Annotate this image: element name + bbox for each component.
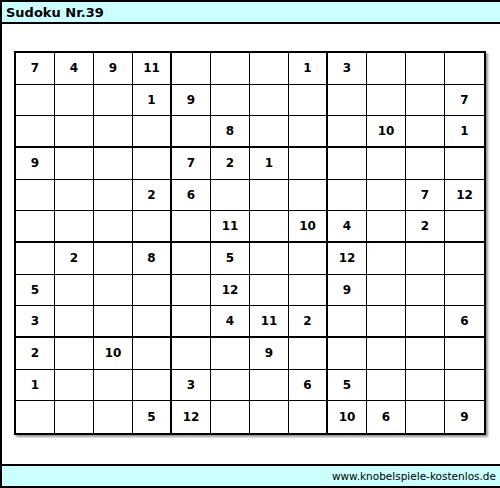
cell-r11c7[interactable]	[250, 370, 289, 402]
cell-r3c8[interactable]	[289, 116, 328, 148]
cell-r1c3[interactable]: 9	[94, 53, 133, 85]
cell-r3c11[interactable]	[406, 116, 445, 148]
cell-r2c5[interactable]: 9	[172, 85, 211, 117]
cell-r2c3[interactable]	[94, 85, 133, 117]
cell-r10c1[interactable]: 2	[16, 338, 55, 370]
cell-r4c2[interactable]	[55, 148, 94, 180]
cell-r7c8[interactable]	[289, 243, 328, 275]
cell-r11c1[interactable]: 1	[16, 370, 55, 402]
cell-r5c9[interactable]	[328, 180, 367, 212]
cell-r4c10[interactable]	[367, 148, 406, 180]
cell-r6c9[interactable]: 4	[328, 211, 367, 243]
cell-r2c1[interactable]	[16, 85, 55, 117]
cell-r5c5[interactable]: 6	[172, 180, 211, 212]
cell-r5c12[interactable]: 12	[445, 180, 484, 212]
cell-r3c3[interactable]	[94, 116, 133, 148]
cell-r5c3[interactable]	[94, 180, 133, 212]
footer-bar: www.knobelspiele-kostenlos.de	[0, 464, 500, 488]
cell-r12c12[interactable]: 9	[445, 401, 484, 433]
cell-r11c10[interactable]	[367, 370, 406, 402]
cell-r3c12[interactable]: 1	[445, 116, 484, 148]
cell-r8c7[interactable]	[250, 275, 289, 307]
cell-r6c12[interactable]	[445, 211, 484, 243]
cell-r9c8[interactable]: 2	[289, 306, 328, 338]
cell-r12c3[interactable]	[94, 401, 133, 433]
cell-r4c9[interactable]	[328, 148, 367, 180]
cell-r7c4[interactable]: 8	[133, 243, 172, 275]
cell-r6c5[interactable]	[172, 211, 211, 243]
cell-r7c3[interactable]	[94, 243, 133, 275]
cell-r8c12[interactable]	[445, 275, 484, 307]
cell-r10c5[interactable]	[172, 338, 211, 370]
cell-r6c2[interactable]	[55, 211, 94, 243]
cell-r11c4[interactable]	[133, 370, 172, 402]
cell-r4c3[interactable]	[94, 148, 133, 180]
cell-r4c5[interactable]: 7	[172, 148, 211, 180]
cell-r11c6[interactable]	[211, 370, 250, 402]
cell-r12c5[interactable]: 12	[172, 401, 211, 433]
cell-r6c8[interactable]: 10	[289, 211, 328, 243]
footer-url: www.knobelspiele-kostenlos.de	[332, 470, 496, 482]
cell-r8c9[interactable]: 9	[328, 275, 367, 307]
cell-r6c10[interactable]	[367, 211, 406, 243]
cell-r9c1[interactable]: 3	[16, 306, 55, 338]
cell-r4c4[interactable]	[133, 148, 172, 180]
cell-r2c12[interactable]: 7	[445, 85, 484, 117]
cell-r9c10[interactable]	[367, 306, 406, 338]
cell-r7c1[interactable]	[16, 243, 55, 275]
cell-r3c1[interactable]	[16, 116, 55, 148]
page-title: Sudoku Nr.39	[6, 5, 104, 20]
cell-r5c7[interactable]	[250, 180, 289, 212]
cell-r12c10[interactable]: 6	[367, 401, 406, 433]
cell-r8c1[interactable]: 5	[16, 275, 55, 307]
cell-r8c4[interactable]	[133, 275, 172, 307]
cell-r10c9[interactable]	[328, 338, 367, 370]
cell-r7c5[interactable]	[172, 243, 211, 275]
cell-r1c5[interactable]	[172, 53, 211, 85]
cell-r11c3[interactable]	[94, 370, 133, 402]
cell-r10c4[interactable]	[133, 338, 172, 370]
cell-r3c7[interactable]	[250, 116, 289, 148]
cell-r10c10[interactable]	[367, 338, 406, 370]
cell-r1c10[interactable]	[367, 53, 406, 85]
cell-r1c11[interactable]	[406, 53, 445, 85]
cell-r10c6[interactable]	[211, 338, 250, 370]
cell-r9c3[interactable]	[94, 306, 133, 338]
page: Sudoku Nr.39 749111319781019721267121110…	[0, 0, 500, 488]
cell-r1c9[interactable]: 3	[328, 53, 367, 85]
cell-r12c1[interactable]	[16, 401, 55, 433]
cell-r12c11[interactable]	[406, 401, 445, 433]
cell-r10c12[interactable]	[445, 338, 484, 370]
cell-r12c4[interactable]: 5	[133, 401, 172, 433]
cell-r11c11[interactable]	[406, 370, 445, 402]
cell-r4c6[interactable]: 2	[211, 148, 250, 180]
cell-r3c10[interactable]: 10	[367, 116, 406, 148]
cell-r12c8[interactable]	[289, 401, 328, 433]
cell-r2c2[interactable]	[55, 85, 94, 117]
cell-r11c9[interactable]: 5	[328, 370, 367, 402]
cell-r11c8[interactable]: 6	[289, 370, 328, 402]
cell-r6c7[interactable]	[250, 211, 289, 243]
cell-r9c6[interactable]: 4	[211, 306, 250, 338]
cell-r11c5[interactable]: 3	[172, 370, 211, 402]
cell-r7c7[interactable]	[250, 243, 289, 275]
cell-r10c7[interactable]: 9	[250, 338, 289, 370]
cell-r4c7[interactable]: 1	[250, 148, 289, 180]
cell-r10c11[interactable]	[406, 338, 445, 370]
cell-r3c6[interactable]: 8	[211, 116, 250, 148]
cell-r7c9[interactable]: 12	[328, 243, 367, 275]
cell-r12c9[interactable]: 10	[328, 401, 367, 433]
cell-r2c6[interactable]	[211, 85, 250, 117]
cell-r11c2[interactable]	[55, 370, 94, 402]
cell-r5c1[interactable]	[16, 180, 55, 212]
cell-r8c10[interactable]	[367, 275, 406, 307]
cell-r10c2[interactable]	[55, 338, 94, 370]
cell-r8c2[interactable]	[55, 275, 94, 307]
cell-r10c3[interactable]: 10	[94, 338, 133, 370]
cell-r9c9[interactable]	[328, 306, 367, 338]
cell-r1c1[interactable]: 7	[16, 53, 55, 85]
cell-r1c4[interactable]: 11	[133, 53, 172, 85]
cell-r12c2[interactable]	[55, 401, 94, 433]
cell-r3c2[interactable]	[55, 116, 94, 148]
cell-r1c7[interactable]	[250, 53, 289, 85]
cell-r6c6[interactable]: 11	[211, 211, 250, 243]
cell-r8c8[interactable]	[289, 275, 328, 307]
cell-r4c1[interactable]: 9	[16, 148, 55, 180]
cell-r6c11[interactable]: 2	[406, 211, 445, 243]
cell-r1c12[interactable]	[445, 53, 484, 85]
cell-r6c1[interactable]	[16, 211, 55, 243]
cell-r3c5[interactable]	[172, 116, 211, 148]
cell-r8c3[interactable]	[94, 275, 133, 307]
cell-r6c3[interactable]	[94, 211, 133, 243]
cell-r3c9[interactable]	[328, 116, 367, 148]
cell-r1c2[interactable]: 4	[55, 53, 94, 85]
cell-r2c11[interactable]	[406, 85, 445, 117]
cell-r11c12[interactable]	[445, 370, 484, 402]
cell-r2c4[interactable]: 1	[133, 85, 172, 117]
cell-r4c12[interactable]	[445, 148, 484, 180]
title-bar: Sudoku Nr.39	[2, 2, 500, 24]
cell-r8c11[interactable]	[406, 275, 445, 307]
cell-r2c9[interactable]	[328, 85, 367, 117]
cell-r9c4[interactable]	[133, 306, 172, 338]
cell-r7c2[interactable]: 2	[55, 243, 94, 275]
cell-r12c7[interactable]	[250, 401, 289, 433]
cell-r5c10[interactable]	[367, 180, 406, 212]
cell-r8c6[interactable]: 12	[211, 275, 250, 307]
cell-r5c2[interactable]	[55, 180, 94, 212]
cell-r3c4[interactable]	[133, 116, 172, 148]
cell-r7c11[interactable]	[406, 243, 445, 275]
cell-r2c10[interactable]	[367, 85, 406, 117]
cell-r9c12[interactable]: 6	[445, 306, 484, 338]
cell-r1c6[interactable]	[211, 53, 250, 85]
cell-r12c6[interactable]	[211, 401, 250, 433]
cell-r7c10[interactable]	[367, 243, 406, 275]
sudoku-grid: 7491113197810197212671211104228512512934…	[14, 51, 486, 435]
cell-r9c11[interactable]	[406, 306, 445, 338]
cell-r2c8[interactable]	[289, 85, 328, 117]
cell-r9c7[interactable]: 11	[250, 306, 289, 338]
cell-r7c6[interactable]: 5	[211, 243, 250, 275]
cell-r9c5[interactable]	[172, 306, 211, 338]
cell-r8c5[interactable]	[172, 275, 211, 307]
cell-r9c2[interactable]	[55, 306, 94, 338]
cell-r2c7[interactable]	[250, 85, 289, 117]
cell-r6c4[interactable]	[133, 211, 172, 243]
cell-r10c8[interactable]	[289, 338, 328, 370]
cell-r1c8[interactable]: 1	[289, 53, 328, 85]
cell-r5c8[interactable]	[289, 180, 328, 212]
cell-r5c6[interactable]	[211, 180, 250, 212]
cell-r4c11[interactable]	[406, 148, 445, 180]
cell-r5c4[interactable]: 2	[133, 180, 172, 212]
cell-r7c12[interactable]	[445, 243, 484, 275]
cell-r4c8[interactable]	[289, 148, 328, 180]
cell-r5c11[interactable]: 7	[406, 180, 445, 212]
